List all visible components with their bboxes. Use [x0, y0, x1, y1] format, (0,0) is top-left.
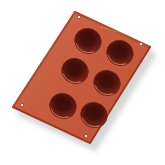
scene-layers	[13, 12, 155, 150]
product-photo-frame	[0, 0, 165, 165]
corner-hole-1	[77, 15, 80, 18]
corner-hole-3	[20, 103, 23, 106]
corner-hole-4	[84, 134, 87, 137]
corner-hole-2	[139, 42, 142, 45]
silicone-mold-photo	[0, 0, 165, 165]
